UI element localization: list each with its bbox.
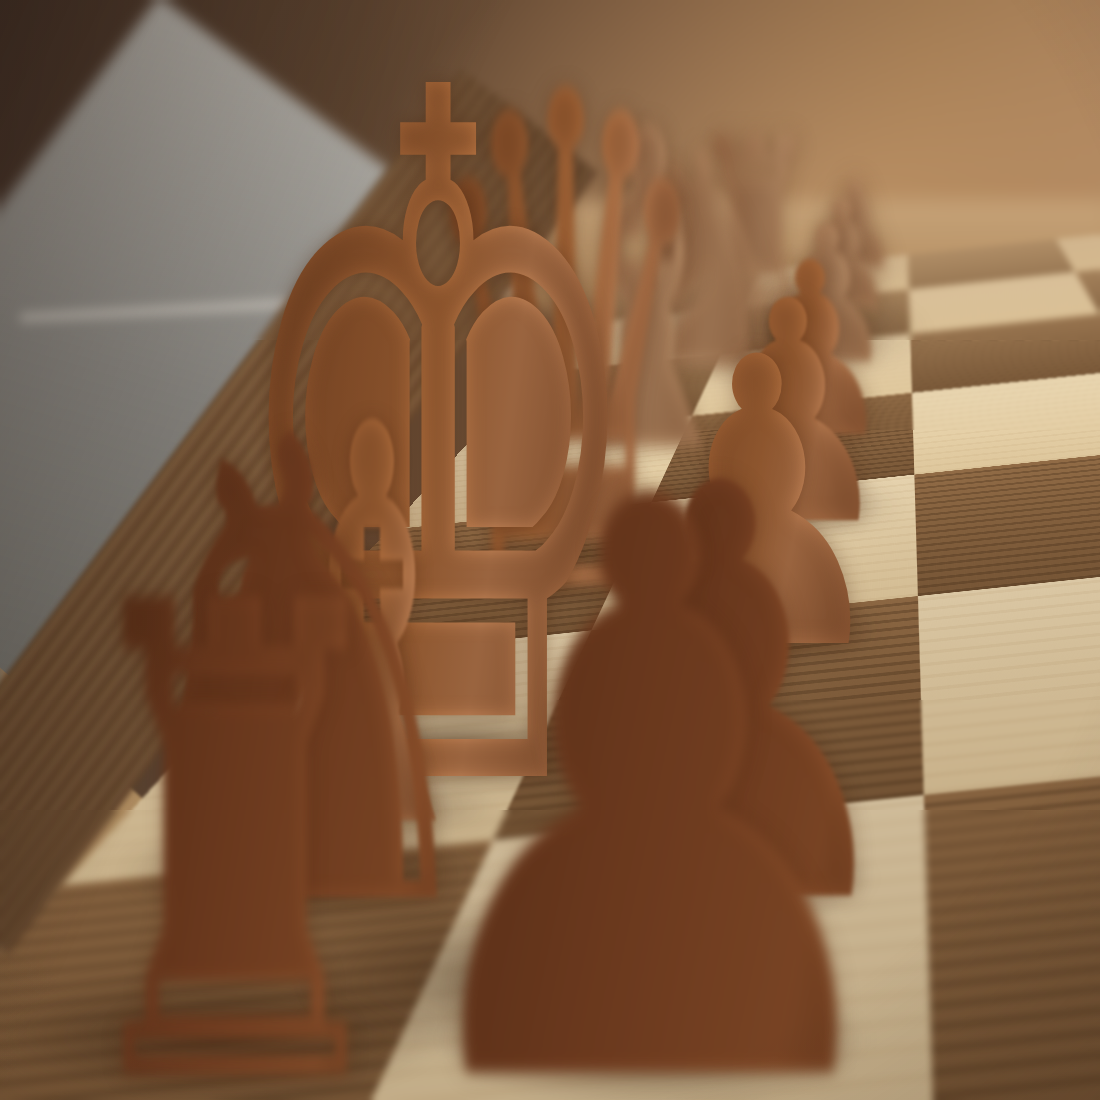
pieces-layer: ♜♟♞♟♝♚♟♟♛♟♟♝♞♟♜♟ bbox=[0, 0, 1100, 1100]
piece-pawn-h7: ♟ bbox=[370, 398, 929, 1100]
piece-rook-h8: ♜ bbox=[57, 521, 413, 1100]
chess-photo-scene: ♜♟♞♟♝♚♟♟♛♟♟♝♞♟♜♟ bbox=[0, 0, 1100, 1100]
